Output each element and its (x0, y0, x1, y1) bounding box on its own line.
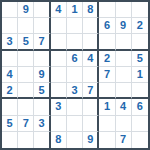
cell-r3c4[interactable] (51, 34, 67, 50)
cell-r5c5[interactable] (67, 67, 83, 83)
cell-r7c9: 6 (132, 99, 148, 115)
cell-r9c1[interactable] (2, 132, 18, 148)
cell-r5c6[interactable] (83, 67, 99, 83)
cell-r9c6: 9 (83, 132, 99, 148)
cell-r2c7: 6 (99, 18, 115, 34)
cell-r8c8[interactable] (116, 116, 132, 132)
cell-r3c3: 7 (34, 34, 50, 50)
cell-r9c2[interactable] (18, 132, 34, 148)
cell-r1c8[interactable] (116, 2, 132, 18)
cell-r2c2[interactable] (18, 18, 34, 34)
cell-r6c6: 7 (83, 83, 99, 99)
cell-r9c9[interactable] (132, 132, 148, 148)
cell-r4c5: 6 (67, 51, 83, 67)
cell-r9c7[interactable] (99, 132, 115, 148)
cell-r2c4[interactable] (51, 18, 67, 34)
cell-r8c5[interactable] (67, 116, 83, 132)
cell-r5c9: 1 (132, 67, 148, 83)
cell-r9c8: 7 (116, 132, 132, 148)
cell-r5c2[interactable] (18, 67, 34, 83)
cell-r1c5: 1 (67, 2, 83, 18)
cell-r9c3[interactable] (34, 132, 50, 148)
cell-r1c2: 9 (18, 2, 34, 18)
cell-r6c8[interactable] (116, 83, 132, 99)
cell-r7c3[interactable] (34, 99, 50, 115)
cell-r1c3[interactable] (34, 2, 50, 18)
cell-r8c6[interactable] (83, 116, 99, 132)
cell-r6c7[interactable] (99, 83, 115, 99)
cell-r5c3: 9 (34, 67, 50, 83)
cell-r2c8: 9 (116, 18, 132, 34)
cell-r7c6[interactable] (83, 99, 99, 115)
cell-r8c2: 7 (18, 116, 34, 132)
cell-r3c8[interactable] (116, 34, 132, 50)
cell-r3c1: 3 (2, 34, 18, 50)
cell-r8c4[interactable] (51, 116, 67, 132)
cell-r7c2[interactable] (18, 99, 34, 115)
cell-r4c9: 5 (132, 51, 148, 67)
cell-r7c8: 4 (116, 99, 132, 115)
cell-r4c3[interactable] (34, 51, 50, 67)
cell-r7c4: 3 (51, 99, 67, 115)
cell-r2c6[interactable] (83, 18, 99, 34)
cell-r3c7[interactable] (99, 34, 115, 50)
cell-r2c1[interactable] (2, 18, 18, 34)
cell-r5c4[interactable] (51, 67, 67, 83)
cell-r3c6[interactable] (83, 34, 99, 50)
cell-r7c5[interactable] (67, 99, 83, 115)
cell-r8c7[interactable] (99, 116, 115, 132)
cell-r9c4: 8 (51, 132, 67, 148)
cell-r7c7: 1 (99, 99, 115, 115)
cell-r5c8[interactable] (116, 67, 132, 83)
cell-r5c1: 4 (2, 67, 18, 83)
cell-r4c4[interactable] (51, 51, 67, 67)
cell-r3c5[interactable] (67, 34, 83, 50)
cell-r4c2[interactable] (18, 51, 34, 67)
cell-r1c6: 8 (83, 2, 99, 18)
cell-r1c1[interactable] (2, 2, 18, 18)
cell-r6c4[interactable] (51, 83, 67, 99)
cell-r1c7[interactable] (99, 2, 115, 18)
cell-r6c2[interactable] (18, 83, 34, 99)
cell-r3c2: 5 (18, 34, 34, 50)
cell-r6c3: 5 (34, 83, 50, 99)
cell-r8c9[interactable] (132, 116, 148, 132)
cell-r7c1[interactable] (2, 99, 18, 115)
cell-r4c8[interactable] (116, 51, 132, 67)
cell-r4c1[interactable] (2, 51, 18, 67)
cell-r4c7: 2 (99, 51, 115, 67)
cell-r6c9[interactable] (132, 83, 148, 99)
cell-r2c9: 2 (132, 18, 148, 34)
cell-r1c9[interactable] (132, 2, 148, 18)
cell-r6c5: 3 (67, 83, 83, 99)
cell-r2c5[interactable] (67, 18, 83, 34)
cell-r9c5[interactable] (67, 132, 83, 148)
cell-r5c7: 7 (99, 67, 115, 83)
cell-r8c3: 3 (34, 116, 50, 132)
cell-r2c3[interactable] (34, 18, 50, 34)
cell-r8c1: 5 (2, 116, 18, 132)
sudoku-board: 94186923576425497125373146573897 (0, 0, 150, 150)
cell-r3c9[interactable] (132, 34, 148, 50)
cell-r4c6: 4 (83, 51, 99, 67)
cell-r1c4: 4 (51, 2, 67, 18)
cell-r6c1: 2 (2, 83, 18, 99)
